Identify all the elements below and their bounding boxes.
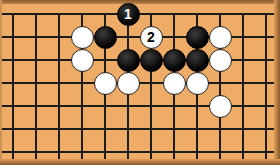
- board-frame-top: [0, 0, 280, 4]
- move-number-label: 1: [124, 7, 132, 21]
- grid-line-horizontal: [2, 82, 278, 84]
- black-stone: [94, 26, 117, 49]
- white-stone: [209, 26, 232, 49]
- grid-line-horizontal: [2, 13, 278, 15]
- move-number-label: 2: [147, 30, 155, 44]
- black-stone: [186, 26, 209, 49]
- white-stone: 2: [140, 26, 163, 49]
- board-frame-right: [274, 0, 280, 165]
- white-stone: [209, 95, 232, 118]
- black-stone: [186, 49, 209, 72]
- black-stone: [163, 49, 186, 72]
- board-frame-left: [0, 0, 2, 165]
- grid-line-horizontal: [2, 128, 278, 130]
- grid-line-horizontal: [2, 105, 278, 107]
- white-stone: [71, 49, 94, 72]
- black-stone: [140, 49, 163, 72]
- white-stone: [94, 72, 117, 95]
- grid-line-horizontal: [2, 151, 278, 153]
- go-board[interactable]: 12: [0, 0, 280, 165]
- white-stone: [71, 26, 94, 49]
- white-stone: [186, 72, 209, 95]
- white-stone: [117, 72, 140, 95]
- board-frame-bottom: [0, 159, 280, 165]
- black-stone: 1: [117, 3, 140, 26]
- white-stone: [209, 49, 232, 72]
- white-stone: [163, 72, 186, 95]
- black-stone: [117, 49, 140, 72]
